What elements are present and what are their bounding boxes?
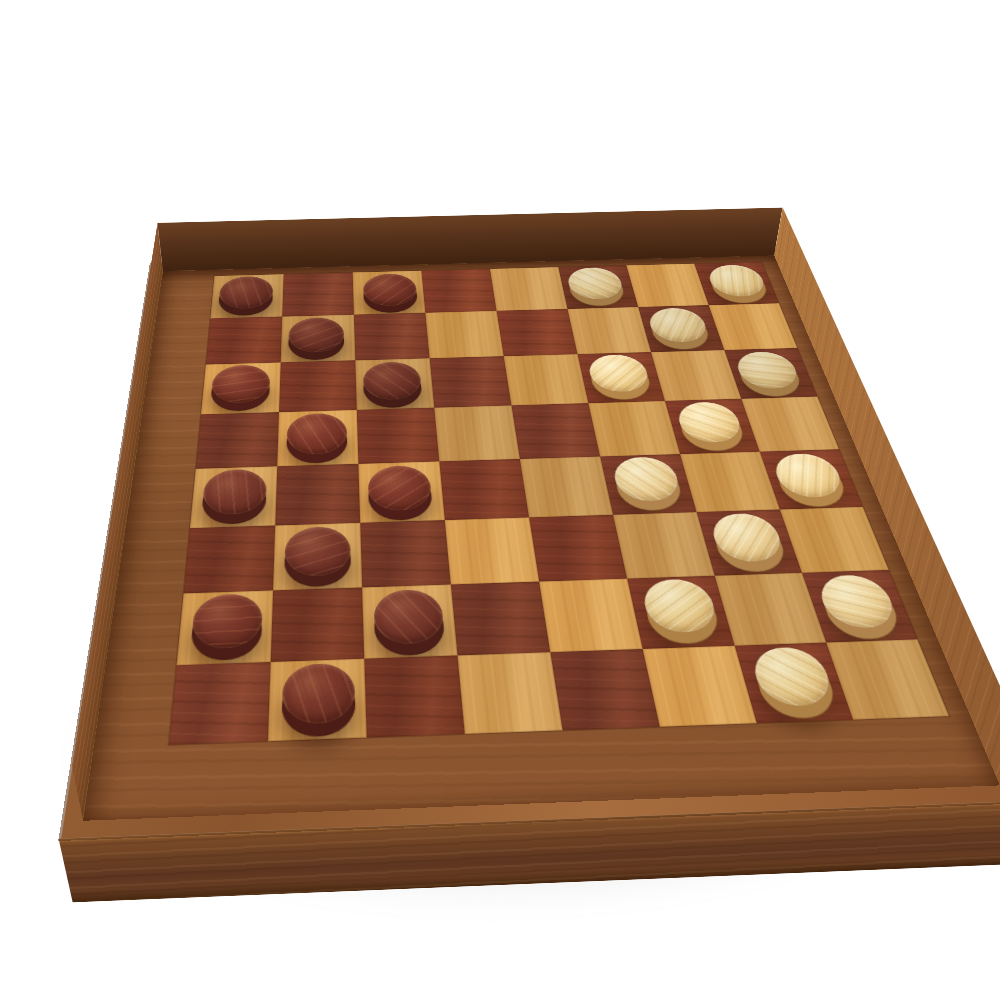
dark-piece[interactable] bbox=[363, 361, 422, 400]
square-r8c3[interactable] bbox=[364, 655, 465, 737]
square-r4c1[interactable] bbox=[196, 412, 279, 469]
square-r2c5[interactable] bbox=[497, 309, 578, 356]
light-piece[interactable] bbox=[586, 354, 652, 392]
dark-piece-woodgrain bbox=[363, 273, 418, 306]
perspective-wrapper bbox=[0, 0, 1000, 1000]
dark-piece-woodgrain bbox=[286, 413, 347, 455]
square-r7c8[interactable] bbox=[802, 570, 917, 643]
dark-piece-woodgrain bbox=[211, 364, 271, 403]
square-r6c7[interactable] bbox=[697, 509, 802, 575]
dark-piece[interactable] bbox=[367, 465, 432, 511]
dark-piece[interactable] bbox=[191, 593, 264, 649]
light-piece[interactable] bbox=[565, 267, 625, 300]
square-r1c8[interactable] bbox=[694, 262, 779, 305]
light-piece-woodgrain bbox=[705, 264, 769, 297]
square-r5c1[interactable] bbox=[190, 466, 277, 528]
square-r6c8[interactable] bbox=[780, 507, 889, 573]
square-r1c5[interactable] bbox=[490, 267, 568, 311]
square-r6c4[interactable] bbox=[445, 517, 539, 584]
square-r6c2[interactable] bbox=[273, 523, 362, 591]
dark-piece-woodgrain bbox=[288, 317, 344, 353]
square-r4c2[interactable] bbox=[277, 410, 358, 466]
dark-piece[interactable] bbox=[201, 469, 267, 515]
dark-piece-woodgrain bbox=[201, 469, 267, 515]
square-r8c2[interactable] bbox=[268, 659, 367, 742]
square-r3c4[interactable] bbox=[430, 356, 512, 407]
square-r3c1[interactable] bbox=[201, 362, 281, 414]
dark-piece-woodgrain bbox=[218, 276, 273, 309]
square-r4c5[interactable] bbox=[511, 403, 600, 459]
square-r7c5[interactable] bbox=[539, 579, 643, 653]
square-r4c3[interactable] bbox=[357, 408, 440, 464]
square-r5c3[interactable] bbox=[358, 461, 444, 522]
light-piece[interactable] bbox=[674, 402, 745, 444]
light-piece[interactable] bbox=[646, 308, 711, 343]
square-r1c4[interactable] bbox=[421, 269, 496, 313]
square-r7c1[interactable] bbox=[177, 590, 273, 665]
dark-piece[interactable] bbox=[363, 273, 418, 306]
dark-piece[interactable] bbox=[286, 413, 347, 455]
checkers-tray-board bbox=[61, 248, 1000, 838]
square-r4c8[interactable] bbox=[741, 397, 839, 452]
light-piece-woodgrain bbox=[748, 646, 837, 707]
square-r6c3[interactable] bbox=[360, 520, 451, 587]
square-r1c3[interactable] bbox=[353, 271, 426, 315]
light-piece-woodgrain bbox=[708, 513, 787, 563]
square-r7c3[interactable] bbox=[362, 584, 457, 658]
dark-piece-woodgrain bbox=[191, 593, 264, 649]
dark-piece[interactable] bbox=[211, 364, 271, 403]
square-r2c3[interactable] bbox=[354, 313, 430, 361]
square-r4c6[interactable] bbox=[588, 401, 680, 457]
square-r7c2[interactable] bbox=[271, 587, 365, 662]
dark-piece-woodgrain bbox=[367, 465, 432, 511]
dark-piece[interactable] bbox=[284, 526, 351, 577]
square-r3c3[interactable] bbox=[355, 358, 434, 410]
light-piece[interactable] bbox=[732, 351, 802, 389]
light-piece[interactable] bbox=[708, 513, 787, 563]
light-piece[interactable] bbox=[610, 456, 683, 502]
light-piece-woodgrain bbox=[814, 574, 901, 629]
light-piece[interactable] bbox=[705, 264, 769, 297]
light-piece[interactable] bbox=[770, 453, 848, 498]
light-piece[interactable] bbox=[814, 574, 901, 629]
dark-piece[interactable] bbox=[218, 276, 273, 309]
dark-piece[interactable] bbox=[288, 317, 344, 353]
square-r8c5[interactable] bbox=[550, 649, 660, 730]
square-r6c6[interactable] bbox=[613, 512, 715, 579]
square-r6c5[interactable] bbox=[529, 515, 627, 582]
square-r5c8[interactable] bbox=[760, 449, 863, 509]
square-r2c1[interactable] bbox=[206, 317, 282, 365]
square-r7c6[interactable] bbox=[627, 576, 735, 649]
square-r2c8[interactable] bbox=[709, 303, 798, 350]
square-r7c7[interactable] bbox=[715, 573, 827, 646]
square-r3c5[interactable] bbox=[504, 354, 589, 405]
light-piece-woodgrain bbox=[770, 453, 848, 498]
square-r2c6[interactable] bbox=[567, 307, 651, 354]
light-piece-woodgrain bbox=[674, 402, 745, 444]
square-r3c8[interactable] bbox=[724, 348, 817, 399]
tray-floor bbox=[83, 256, 1000, 821]
product-photo-scene bbox=[0, 0, 1000, 1000]
dark-piece[interactable] bbox=[373, 589, 445, 645]
square-r3c6[interactable] bbox=[577, 352, 664, 403]
dark-piece-woodgrain bbox=[373, 589, 445, 645]
light-piece-woodgrain bbox=[639, 578, 720, 633]
square-r4c4[interactable] bbox=[434, 405, 520, 461]
square-r2c4[interactable] bbox=[425, 311, 503, 358]
light-piece-woodgrain bbox=[565, 267, 625, 300]
square-r1c6[interactable] bbox=[558, 265, 638, 309]
dark-piece[interactable] bbox=[282, 663, 356, 725]
tray-left-inner-wall bbox=[72, 223, 163, 821]
square-r7c4[interactable] bbox=[451, 582, 550, 656]
dark-piece-woodgrain bbox=[284, 526, 351, 577]
square-r5c2[interactable] bbox=[275, 464, 360, 526]
square-r6c1[interactable] bbox=[184, 525, 276, 593]
square-r3c2[interactable] bbox=[279, 360, 357, 412]
light-piece-woodgrain bbox=[610, 456, 683, 502]
square-r1c1[interactable] bbox=[210, 274, 283, 318]
light-piece-woodgrain bbox=[646, 308, 711, 343]
square-r1c2[interactable] bbox=[282, 272, 354, 316]
dark-piece-woodgrain bbox=[363, 361, 422, 400]
light-piece[interactable] bbox=[639, 578, 720, 633]
square-r8c4[interactable] bbox=[457, 652, 562, 734]
square-r8c8[interactable] bbox=[826, 639, 949, 719]
square-r2c2[interactable] bbox=[281, 315, 356, 363]
tray-far-inner-wall bbox=[157, 208, 782, 272]
square-r8c7[interactable] bbox=[735, 643, 853, 724]
dark-piece-woodgrain bbox=[282, 663, 356, 725]
square-r8c1[interactable] bbox=[169, 662, 271, 745]
square-r8c6[interactable] bbox=[643, 646, 757, 727]
light-piece-woodgrain bbox=[732, 351, 802, 389]
light-piece-woodgrain bbox=[586, 354, 652, 392]
square-r5c5[interactable] bbox=[520, 457, 613, 518]
square-r5c4[interactable] bbox=[439, 459, 529, 520]
light-piece[interactable] bbox=[748, 646, 837, 707]
